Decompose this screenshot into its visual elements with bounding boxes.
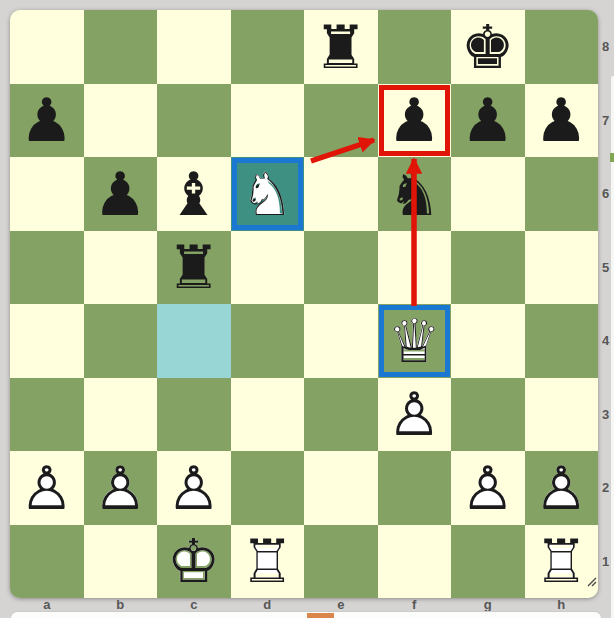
square-f3[interactable]: ♟♙ [378, 378, 452, 452]
square-b1[interactable] [84, 525, 158, 599]
square-c8[interactable] [157, 10, 231, 84]
square-a2[interactable]: ♟♙ [10, 451, 84, 525]
white-piece-outline: ♔ [157, 525, 231, 599]
square-c1[interactable]: ♚♔ [157, 525, 231, 599]
square-c4[interactable] [157, 304, 231, 378]
square-g5[interactable] [451, 231, 525, 305]
square-a6[interactable] [10, 157, 84, 231]
square-f2[interactable] [378, 451, 452, 525]
white-pawn[interactable]: ♟♙ [10, 451, 84, 525]
square-c3[interactable] [157, 378, 231, 452]
white-queen[interactable]: ♛♕ [378, 304, 452, 378]
square-e4[interactable] [304, 304, 378, 378]
square-f6[interactable]: ♞ [378, 157, 452, 231]
white-piece-outline: ♕ [378, 304, 452, 378]
square-g3[interactable] [451, 378, 525, 452]
square-g6[interactable] [451, 157, 525, 231]
square-e8[interactable]: ♜ [304, 10, 378, 84]
board-resize-handle[interactable] [584, 574, 598, 588]
black-pawn[interactable]: ♟ [10, 84, 84, 158]
white-piece-outline: ♙ [10, 451, 84, 525]
square-d4[interactable] [231, 304, 305, 378]
square-d6[interactable]: ♞♘ [231, 157, 305, 231]
page-background: { "game": "chess", "position": { "fen": … [0, 0, 614, 618]
square-e7[interactable] [304, 84, 378, 158]
square-f5[interactable] [378, 231, 452, 305]
square-a3[interactable] [10, 378, 84, 452]
square-d5[interactable] [231, 231, 305, 305]
square-g1[interactable] [451, 525, 525, 599]
square-c2[interactable]: ♟♙ [157, 451, 231, 525]
square-a1[interactable] [10, 525, 84, 599]
black-pawn[interactable]: ♟ [525, 84, 599, 158]
black-bishop[interactable]: ♝ [157, 157, 231, 231]
square-f7[interactable]: ♟ [378, 84, 452, 158]
square-b5[interactable] [84, 231, 158, 305]
white-pawn[interactable]: ♟♙ [451, 451, 525, 525]
rank-label-8: 8 [597, 10, 614, 84]
white-piece-outline: ♙ [84, 451, 158, 525]
black-pawn[interactable]: ♟ [378, 84, 452, 158]
square-f1[interactable] [378, 525, 452, 599]
square-d7[interactable] [231, 84, 305, 158]
square-a8[interactable] [10, 10, 84, 84]
square-d8[interactable] [231, 10, 305, 84]
square-h7[interactable]: ♟ [525, 84, 599, 158]
active-tab-indicator[interactable] [307, 613, 334, 618]
square-d2[interactable] [231, 451, 305, 525]
white-knight[interactable]: ♞♘ [231, 157, 305, 231]
square-d3[interactable] [231, 378, 305, 452]
white-rook[interactable]: ♜♖ [231, 525, 305, 599]
square-e2[interactable] [304, 451, 378, 525]
white-pawn[interactable]: ♟♙ [157, 451, 231, 525]
white-piece-outline: ♙ [378, 378, 452, 452]
white-piece-outline: ♙ [157, 451, 231, 525]
black-rook[interactable]: ♜ [157, 231, 231, 305]
square-a4[interactable] [10, 304, 84, 378]
black-pawn[interactable]: ♟ [84, 157, 158, 231]
square-c6[interactable]: ♝ [157, 157, 231, 231]
square-b6[interactable]: ♟ [84, 157, 158, 231]
square-g4[interactable] [451, 304, 525, 378]
square-f8[interactable] [378, 10, 452, 84]
square-g8[interactable]: ♚ [451, 10, 525, 84]
square-e1[interactable] [304, 525, 378, 599]
bottom-panel-edge [10, 611, 602, 618]
black-rook[interactable]: ♜ [304, 10, 378, 84]
square-h3[interactable] [525, 378, 599, 452]
square-a5[interactable] [10, 231, 84, 305]
square-g2[interactable]: ♟♙ [451, 451, 525, 525]
square-h5[interactable] [525, 231, 599, 305]
white-piece-outline: ♖ [231, 525, 305, 599]
square-f4[interactable]: ♛♕ [378, 304, 452, 378]
white-piece-outline: ♙ [525, 451, 599, 525]
square-d1[interactable]: ♜♖ [231, 525, 305, 599]
square-h8[interactable] [525, 10, 599, 84]
square-b4[interactable] [84, 304, 158, 378]
square-b7[interactable] [84, 84, 158, 158]
square-e6[interactable] [304, 157, 378, 231]
square-a7[interactable]: ♟ [10, 84, 84, 158]
white-pawn[interactable]: ♟♙ [525, 451, 599, 525]
square-h4[interactable] [525, 304, 599, 378]
black-king[interactable]: ♚ [451, 10, 525, 84]
black-pawn[interactable]: ♟ [451, 84, 525, 158]
square-h6[interactable] [525, 157, 599, 231]
white-pawn[interactable]: ♟♙ [84, 451, 158, 525]
square-c5[interactable]: ♜ [157, 231, 231, 305]
square-g7[interactable]: ♟ [451, 84, 525, 158]
side-panel-marker [610, 153, 614, 162]
square-b2[interactable]: ♟♙ [84, 451, 158, 525]
square-b8[interactable] [84, 10, 158, 84]
square-b3[interactable] [84, 378, 158, 452]
chess-board[interactable]: ♜♚♟♟♟♟♟♝♞♘♞♜♛♕♟♙♟♙♟♙♟♙♟♙♟♙♚♔♜♖♜♖ [10, 10, 598, 598]
white-king[interactable]: ♚♔ [157, 525, 231, 599]
square-e5[interactable] [304, 231, 378, 305]
white-piece-outline: ♙ [451, 451, 525, 525]
white-pawn[interactable]: ♟♙ [378, 378, 452, 452]
white-piece-outline: ♘ [231, 157, 305, 231]
square-h2[interactable]: ♟♙ [525, 451, 599, 525]
black-knight[interactable]: ♞ [378, 157, 452, 231]
square-c7[interactable] [157, 84, 231, 158]
square-e3[interactable] [304, 378, 378, 452]
